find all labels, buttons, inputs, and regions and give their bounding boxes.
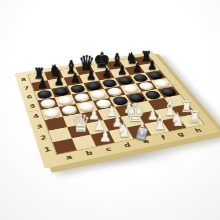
black-pawn: ♟ <box>86 69 96 82</box>
black-pawn: ♟ <box>117 64 127 77</box>
perspective-wrapper: 87654321 abcdefgh ♜♞♝♛♚♝♞♜♟♟♟♟♟♟♟♟♟♟♟♛♟♟… <box>0 0 220 220</box>
black-pawn: ♟ <box>147 59 157 71</box>
white-queen: ♛ <box>71 111 91 135</box>
rank-label: 5 <box>29 104 36 109</box>
black-pawn: ♟ <box>37 77 48 90</box>
white-rook: ♜ <box>188 109 202 126</box>
black-checker-disc <box>85 81 101 89</box>
white-bishop: ♝ <box>151 112 168 133</box>
rank-label: 3 <box>36 124 43 130</box>
black-pawn: ♟ <box>102 66 112 79</box>
white-checker-disc <box>153 79 170 87</box>
rank-label: 4 <box>33 113 40 119</box>
white-knight: ♞ <box>116 121 132 140</box>
black-pawn: ♟ <box>132 61 142 73</box>
rank-label: 6 <box>26 95 33 100</box>
black-pawn: ♟ <box>54 74 65 87</box>
chess-set-photo: 87654321 abcdefgh ♜♞♝♛♚♝♞♜♟♟♟♟♟♟♟♟♟♟♟♛♟♟… <box>0 0 220 220</box>
black-checker-disc <box>36 89 52 98</box>
white-pawn: ♟ <box>99 129 111 144</box>
chess-board: 87654321 abcdefgh ♜♞♝♛♚♝♞♜♟♟♟♟♟♟♟♟♟♟♟♛♟♟… <box>15 52 220 169</box>
rank-label: 1 <box>44 146 52 153</box>
black-pawn: ♟ <box>70 71 80 84</box>
rank-label: 8 <box>21 78 27 82</box>
white-knight: ♞ <box>170 110 185 129</box>
black-checker-disc <box>101 79 117 87</box>
